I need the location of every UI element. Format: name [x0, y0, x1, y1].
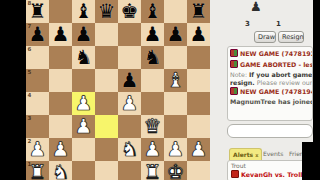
square-a2[interactable]: 2♟	[26, 138, 49, 161]
resign-button[interactable]: Resign	[278, 31, 304, 43]
square-a4[interactable]: 4	[26, 92, 49, 115]
piece-black-pawn[interactable]: ♟	[49, 23, 72, 46]
counter-left: 3	[245, 20, 250, 28]
square-f3[interactable]: ♛	[141, 115, 164, 138]
square-d8[interactable]: ♛	[95, 0, 118, 23]
square-b6[interactable]	[49, 46, 72, 69]
new-game-icon	[230, 60, 238, 68]
square-e4[interactable]: ♟	[118, 92, 141, 115]
draw-button[interactable]: Draw	[254, 31, 276, 43]
square-b3[interactable]	[49, 115, 72, 138]
black-pawn-icon: ♟	[250, 0, 262, 14]
square-g5[interactable]: ♝	[164, 69, 187, 92]
piece-black-king[interactable]: ♚	[118, 0, 141, 23]
square-h3[interactable]	[187, 115, 210, 138]
screen: 8♜♝♛♚♝♜7♟♟♟♟♟♟6♞♞5♟♝4♟♟3♟♛2♟♟♞♟♟♟1♜♞♜♚ ♟…	[0, 0, 320, 180]
square-f7[interactable]: ♟	[141, 23, 164, 46]
piece-white-rook[interactable]: ♜	[141, 161, 164, 180]
square-c5[interactable]	[72, 69, 95, 92]
square-f1[interactable]: ♜	[141, 161, 164, 180]
piece-black-pawn[interactable]: ♟	[118, 69, 141, 92]
square-g4[interactable]	[164, 92, 187, 115]
square-h8[interactable]: ♜	[187, 0, 210, 23]
console-text: Please review our	[255, 79, 312, 86]
rank-label-3: 3	[28, 115, 32, 121]
piece-black-pawn[interactable]: ♟	[26, 23, 49, 46]
square-b5[interactable]	[49, 69, 72, 92]
piece-black-rook[interactable]: ♜	[187, 0, 210, 23]
console-line: MagnumTree has joined	[230, 98, 312, 109]
square-b7[interactable]: ♟	[49, 23, 72, 46]
square-b8[interactable]	[49, 0, 72, 23]
piece-black-pawn[interactable]: ♟	[72, 23, 95, 46]
square-f4[interactable]	[141, 92, 164, 115]
square-d1[interactable]	[95, 161, 118, 180]
square-b4[interactable]	[49, 92, 72, 115]
chat-input[interactable]	[227, 124, 313, 138]
square-g7[interactable]: ♟	[164, 23, 187, 46]
square-e8[interactable]: ♚	[118, 0, 141, 23]
square-a8[interactable]: 8♜	[26, 0, 49, 23]
square-d2[interactable]	[95, 138, 118, 161]
new-game-icon	[230, 49, 238, 57]
square-c8[interactable]: ♝	[72, 0, 95, 23]
square-d7[interactable]	[95, 23, 118, 46]
piece-white-pawn[interactable]: ♟	[118, 92, 141, 115]
piece-black-pawn[interactable]: ♟	[187, 23, 210, 46]
square-e2[interactable]: ♞	[118, 138, 141, 161]
square-e5[interactable]: ♟	[118, 69, 141, 92]
piece-white-queen[interactable]: ♛	[141, 115, 164, 138]
console-text: NEW GAME (7478192	[240, 50, 312, 57]
console-text: resign.	[230, 79, 255, 86]
console-line: NEW GAME (7478192	[230, 49, 312, 60]
live-game-icon	[231, 170, 239, 178]
square-a5[interactable]: 5	[26, 69, 49, 92]
piece-white-pawn[interactable]: ♟	[141, 138, 164, 161]
square-b1[interactable]: ♞	[49, 161, 72, 180]
piece-white-rook[interactable]: ♜	[26, 161, 49, 180]
square-g2[interactable]: ♟	[164, 138, 187, 161]
square-d4[interactable]	[95, 92, 118, 115]
console-text: MagnumTree has joined	[230, 98, 312, 105]
square-a6[interactable]: 6	[26, 46, 49, 69]
live-game-line[interactable]: KevanGh vs. TrollThun	[231, 170, 309, 178]
piece-white-pawn[interactable]: ♟	[72, 92, 95, 115]
square-c2[interactable]	[72, 138, 95, 161]
console-line: Note: If you abort games	[230, 71, 312, 79]
tab-events[interactable]: Events	[263, 148, 283, 160]
square-d6[interactable]	[95, 46, 118, 69]
tab-content-box: Trout KevanGh vs. TrollThun	[227, 160, 313, 180]
rank-label-6: 6	[28, 46, 32, 52]
square-g6[interactable]	[164, 46, 187, 69]
chess-board[interactable]: 8♜♝♛♚♝♜7♟♟♟♟♟♟6♞♞5♟♝4♟♟3♟♛2♟♟♞♟♟♟1♜♞♜♚	[26, 0, 210, 180]
console-text: GAME ABORTED - les	[240, 61, 312, 68]
square-a3[interactable]: 3	[26, 115, 49, 138]
square-f6[interactable]: ♞	[141, 46, 164, 69]
square-e1[interactable]	[118, 161, 141, 180]
square-d3[interactable]	[95, 115, 118, 138]
piece-white-pawn[interactable]: ♟	[164, 138, 187, 161]
square-b2[interactable]: ♟	[49, 138, 72, 161]
square-c6[interactable]: ♞	[72, 46, 95, 69]
piece-black-knight[interactable]: ♞	[72, 46, 95, 69]
console-line: NEW GAME (7478194	[230, 87, 312, 98]
piece-white-knight[interactable]: ♞	[49, 161, 72, 180]
piece-white-pawn[interactable]: ♟	[26, 138, 49, 161]
square-e7[interactable]	[118, 23, 141, 46]
square-h4[interactable]	[187, 92, 210, 115]
piece-black-pawn[interactable]: ♟	[164, 23, 187, 46]
square-a7[interactable]: 7♟	[26, 23, 49, 46]
square-f8[interactable]: ♝	[141, 0, 164, 23]
piece-white-pawn[interactable]: ♟	[49, 138, 72, 161]
square-e3[interactable]	[118, 115, 141, 138]
rank-label-4: 4	[28, 92, 32, 98]
square-h2[interactable]: ♟	[187, 138, 210, 161]
square-h5[interactable]	[187, 69, 210, 92]
square-h7[interactable]: ♟	[187, 23, 210, 46]
square-f2[interactable]: ♟	[141, 138, 164, 161]
console-text: Note:	[230, 71, 249, 78]
square-e6[interactable]	[118, 46, 141, 69]
piece-white-pawn[interactable]: ♟	[187, 138, 210, 161]
piece-black-bishop[interactable]: ♝	[141, 0, 164, 23]
square-g1[interactable]: ♚	[164, 161, 187, 180]
square-d5[interactable]	[95, 69, 118, 92]
letterbox-left	[0, 0, 26, 180]
piece-black-bishop[interactable]: ♝	[72, 0, 95, 23]
rank-label-5: 5	[28, 69, 32, 75]
counter-right: 1	[276, 20, 281, 28]
square-c7[interactable]: ♟	[72, 23, 95, 46]
piece-black-queen[interactable]: ♛	[95, 0, 118, 23]
footer-label: Trout	[231, 162, 309, 170]
square-h6[interactable]	[187, 46, 210, 69]
square-c3[interactable]: ♟	[72, 115, 95, 138]
square-f5[interactable]	[141, 69, 164, 92]
tab-alerts-label: Alerts	[233, 151, 253, 158]
square-g3[interactable]	[164, 115, 187, 138]
game-panel: ♟ 3 1 Draw Resign NEW GAME (7478192GAME …	[210, 0, 313, 180]
console-line: resign. Please review our	[230, 79, 312, 87]
square-a1[interactable]: 1♜	[26, 161, 49, 180]
square-g8[interactable]	[164, 0, 187, 23]
letterbox-corner	[302, 142, 320, 180]
square-c4[interactable]: ♟	[72, 92, 95, 115]
console-line: GAME ABORTED - les	[230, 60, 312, 71]
square-h1[interactable]	[187, 161, 210, 180]
console-text: NEW GAME (7478194	[240, 88, 312, 95]
piece-black-knight[interactable]: ♞	[141, 46, 164, 69]
square-c1[interactable]	[72, 161, 95, 180]
alerts-console: NEW GAME (7478192GAME ABORTED - lesNote:…	[227, 46, 313, 121]
piece-white-bishop[interactable]: ♝	[164, 69, 187, 92]
console-text: If you abort games	[249, 71, 312, 78]
piece-black-pawn[interactable]: ♟	[141, 23, 164, 46]
new-game-icon	[230, 87, 238, 95]
piece-black-rook[interactable]: ♜	[26, 0, 49, 23]
piece-white-king[interactable]: ♚	[164, 161, 187, 180]
piece-white-pawn[interactable]: ♟	[72, 115, 95, 138]
piece-white-knight[interactable]: ♞	[118, 138, 141, 161]
